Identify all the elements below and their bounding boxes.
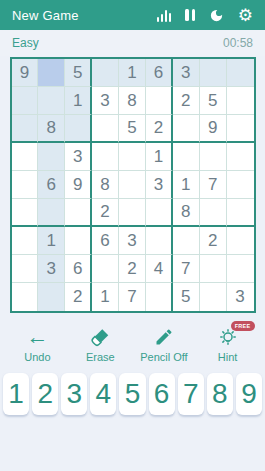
cell-r2c5[interactable]: 8 — [119, 87, 146, 115]
timer: 00:58 — [223, 36, 253, 50]
cell-r1c9[interactable] — [227, 59, 254, 87]
undo-label: Undo — [24, 351, 50, 363]
header-icons: ⚙ — [157, 8, 254, 23]
difficulty-label: Easy — [12, 36, 39, 50]
cell-r3c3[interactable] — [65, 115, 92, 143]
stats-bars — [157, 9, 172, 22]
cell-r4c4[interactable] — [92, 143, 119, 171]
cell-r9c6[interactable] — [146, 283, 173, 311]
cell-r8c8[interactable] — [200, 255, 227, 283]
cell-r4c1[interactable] — [12, 143, 39, 171]
undo-icon: ← — [26, 326, 48, 348]
pencil-icon — [154, 326, 174, 348]
cell-r2c7[interactable]: 2 — [173, 87, 200, 115]
pencil-toggle-button[interactable]: Pencil Off — [140, 326, 188, 363]
numpad-1[interactable]: 1 — [3, 373, 29, 415]
cell-r2c8[interactable]: 5 — [200, 87, 227, 115]
numpad-3[interactable]: 3 — [61, 373, 87, 415]
cell-r8c1[interactable] — [12, 255, 39, 283]
cell-r8c9[interactable] — [227, 255, 254, 283]
cell-r5c8[interactable]: 7 — [200, 171, 227, 199]
cell-r6c4[interactable]: 2 — [92, 199, 119, 227]
cell-r7c4[interactable]: 6 — [92, 227, 119, 255]
hint-button[interactable]: FREE Hint — [205, 326, 251, 363]
numpad-2[interactable]: 2 — [32, 373, 58, 415]
numpad-8[interactable]: 8 — [207, 373, 233, 415]
eraser-icon — [89, 326, 111, 348]
cell-r9c5[interactable]: 7 — [119, 283, 146, 311]
cell-r3c9[interactable] — [227, 115, 254, 143]
cell-r6c3[interactable] — [65, 199, 92, 227]
info-bar: Easy 00:58 — [0, 30, 265, 56]
cell-r2c3[interactable]: 1 — [65, 87, 92, 115]
number-pad: 123456789 — [3, 373, 262, 415]
cell-r9c9[interactable]: 3 — [227, 283, 254, 311]
cell-r8c3[interactable]: 6 — [65, 255, 92, 283]
cell-r5c4[interactable]: 8 — [92, 171, 119, 199]
cell-r1c7[interactable]: 3 — [173, 59, 200, 87]
cell-r5c9[interactable] — [227, 171, 254, 199]
cell-r1c2[interactable] — [38, 59, 65, 87]
hint-label: Hint — [218, 351, 238, 363]
cell-r3c6[interactable]: 2 — [146, 115, 173, 143]
cell-r8c6[interactable]: 4 — [146, 255, 173, 283]
numpad-7[interactable]: 7 — [178, 373, 204, 415]
cell-r6c6[interactable] — [146, 199, 173, 227]
cell-r9c3[interactable]: 2 — [65, 283, 92, 311]
cell-r7c1[interactable] — [12, 227, 39, 255]
page-title: New Game — [12, 8, 79, 23]
header-bar: New Game ⚙ — [0, 0, 265, 30]
cell-r4c6[interactable]: 1 — [146, 143, 173, 171]
cell-r1c6[interactable]: 6 — [146, 59, 173, 87]
board-wrap: 95163138258529316983172816323624721753 — [0, 56, 265, 313]
cell-r6c1[interactable] — [12, 199, 39, 227]
cell-r3c5[interactable]: 5 — [119, 115, 146, 143]
cell-r3c2[interactable]: 8 — [38, 115, 65, 143]
hint-badge: FREE — [231, 321, 255, 331]
cell-r6c2[interactable] — [38, 199, 65, 227]
cell-r2c9[interactable] — [227, 87, 254, 115]
cell-r4c5[interactable] — [119, 143, 146, 171]
cell-r3c7[interactable] — [173, 115, 200, 143]
erase-label: Erase — [86, 351, 115, 363]
sudoku-board: 95163138258529316983172816323624721753 — [10, 57, 256, 313]
toolbar: ← Undo Erase Pencil Off — [0, 326, 265, 363]
cell-r2c1[interactable] — [12, 87, 39, 115]
cell-r5c2[interactable]: 6 — [38, 171, 65, 199]
cell-r1c4[interactable] — [92, 59, 119, 87]
cell-r7c7[interactable] — [173, 227, 200, 255]
cell-r4c8[interactable] — [200, 143, 227, 171]
cell-r9c1[interactable] — [12, 283, 39, 311]
cell-r6c9[interactable] — [227, 199, 254, 227]
cell-r2c6[interactable] — [146, 87, 173, 115]
numpad-5[interactable]: 5 — [119, 373, 145, 415]
cell-r1c5[interactable]: 1 — [119, 59, 146, 87]
cell-r3c4[interactable] — [92, 115, 119, 143]
cell-r7c5[interactable]: 3 — [119, 227, 146, 255]
numpad-4[interactable]: 4 — [90, 373, 116, 415]
cell-r5c6[interactable]: 3 — [146, 171, 173, 199]
cell-r4c3[interactable]: 3 — [65, 143, 92, 171]
cell-r7c6[interactable] — [146, 227, 173, 255]
cell-r1c1[interactable]: 9 — [12, 59, 39, 87]
cell-r6c8[interactable] — [200, 199, 227, 227]
stats-icon[interactable] — [157, 9, 172, 22]
cell-r8c2[interactable]: 3 — [38, 255, 65, 283]
settings-gear-icon[interactable]: ⚙ — [238, 8, 253, 22]
undo-button[interactable]: ← Undo — [14, 326, 60, 363]
pause-icon[interactable] — [185, 9, 194, 21]
cell-r8c7[interactable]: 7 — [173, 255, 200, 283]
cell-r5c3[interactable]: 9 — [65, 171, 92, 199]
cell-r2c4[interactable]: 3 — [92, 87, 119, 115]
cell-r4c7[interactable] — [173, 143, 200, 171]
cell-r2c2[interactable] — [38, 87, 65, 115]
cell-r8c5[interactable]: 2 — [119, 255, 146, 283]
cell-r5c5[interactable] — [119, 171, 146, 199]
cell-r3c8[interactable]: 9 — [200, 115, 227, 143]
cell-r7c3[interactable] — [65, 227, 92, 255]
numpad-9[interactable]: 9 — [236, 373, 262, 415]
cell-r7c2[interactable]: 1 — [38, 227, 65, 255]
cell-r5c1[interactable] — [12, 171, 39, 199]
erase-button[interactable]: Erase — [77, 326, 123, 363]
cell-r7c9[interactable] — [227, 227, 254, 255]
cell-r9c4[interactable]: 1 — [92, 283, 119, 311]
cell-r4c9[interactable] — [227, 143, 254, 171]
cell-r1c3[interactable]: 5 — [65, 59, 92, 87]
cell-r9c7[interactable]: 5 — [173, 283, 200, 311]
pencil-label: Pencil Off — [140, 351, 188, 363]
cell-r9c2[interactable] — [38, 283, 65, 311]
cell-r6c5[interactable] — [119, 199, 146, 227]
cell-r7c8[interactable]: 2 — [200, 227, 227, 255]
cell-r1c8[interactable] — [200, 59, 227, 87]
cell-r8c4[interactable] — [92, 255, 119, 283]
cell-r4c2[interactable] — [38, 143, 65, 171]
cell-r9c8[interactable] — [200, 283, 227, 311]
cell-r3c1[interactable] — [12, 115, 39, 143]
night-mode-icon[interactable] — [209, 8, 224, 23]
sudoku-app: New Game ⚙ Easy 00:58 951631382585293169… — [0, 0, 265, 471]
numpad-6[interactable]: 6 — [149, 373, 175, 415]
cell-r6c7[interactable]: 8 — [173, 199, 200, 227]
cell-r5c7[interactable]: 1 — [173, 171, 200, 199]
